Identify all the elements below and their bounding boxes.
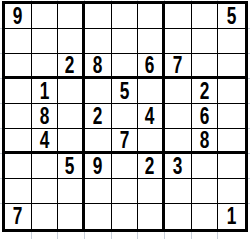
cell-r5c8[interactable]: 6	[192, 104, 219, 129]
cell-r5c3[interactable]	[58, 104, 85, 129]
cell-r2c7[interactable]	[165, 29, 192, 54]
cell-r5c1[interactable]	[5, 104, 32, 129]
cell-r4c2[interactable]: 1	[32, 79, 59, 104]
cell-r7c9[interactable]	[218, 154, 245, 179]
cell-r1c2[interactable]	[32, 4, 59, 29]
cell-r3c3[interactable]: 2	[58, 54, 85, 79]
cell-r4c7[interactable]	[165, 79, 192, 104]
cell-r6c7[interactable]	[165, 129, 192, 154]
cell-r7c4[interactable]: 9	[85, 154, 112, 179]
cell-r9c2[interactable]	[32, 204, 59, 229]
given-digit: 5	[65, 154, 75, 179]
cell-r3c8[interactable]	[192, 54, 219, 79]
given-digit: 2	[145, 154, 155, 179]
cell-r9c5[interactable]	[112, 204, 139, 229]
cell-r6c5[interactable]: 7	[112, 129, 139, 154]
sudoku-board: 9528671528246478592371	[2, 1, 248, 232]
given-digit: 6	[200, 104, 210, 129]
cell-r9c3[interactable]	[58, 204, 85, 229]
given-digit: 6	[145, 54, 155, 78]
cell-r3c1[interactable]	[5, 54, 32, 79]
given-digit: 3	[173, 154, 183, 179]
cell-r4c3[interactable]	[58, 79, 85, 104]
cell-r3c4[interactable]: 8	[85, 54, 112, 79]
cell-r9c1[interactable]: 7	[5, 204, 32, 229]
cell-r2c2[interactable]	[32, 29, 59, 54]
cell-r8c7[interactable]	[165, 179, 192, 204]
cell-r1c7[interactable]	[165, 4, 192, 29]
cell-r1c1[interactable]: 9	[5, 4, 32, 29]
given-digit: 7	[13, 204, 23, 229]
cell-r7c2[interactable]	[32, 154, 59, 179]
cell-r4c1[interactable]	[5, 79, 32, 104]
cell-r1c3[interactable]	[58, 4, 85, 29]
cell-r6c3[interactable]	[58, 129, 85, 154]
cell-r1c9[interactable]: 5	[218, 4, 245, 29]
cell-r7c7[interactable]: 3	[165, 154, 192, 179]
cell-r6c8[interactable]: 8	[192, 129, 219, 154]
cell-r1c5[interactable]	[112, 4, 139, 29]
cell-r8c6[interactable]	[138, 179, 165, 204]
cell-r7c8[interactable]	[192, 154, 219, 179]
cell-r8c1[interactable]	[5, 179, 32, 204]
cell-r9c6[interactable]	[138, 204, 165, 229]
given-digit: 2	[93, 104, 103, 129]
cell-r4c4[interactable]	[85, 79, 112, 104]
cell-r5c5[interactable]	[112, 104, 139, 129]
cell-r7c5[interactable]	[112, 154, 139, 179]
cell-r7c6[interactable]: 2	[138, 154, 165, 179]
given-digit: 8	[40, 104, 50, 129]
given-digit: 9	[93, 154, 103, 179]
given-digit: 5	[120, 79, 130, 104]
given-digit: 2	[200, 79, 210, 104]
cell-r8c3[interactable]	[58, 179, 85, 204]
cell-r7c1[interactable]	[5, 154, 32, 179]
cell-r8c2[interactable]	[32, 179, 59, 204]
given-digit: 7	[173, 54, 183, 78]
cell-r2c4[interactable]	[85, 29, 112, 54]
cell-r6c2[interactable]: 4	[32, 129, 59, 154]
given-digit: 1	[227, 204, 237, 229]
cell-r4c5[interactable]: 5	[112, 79, 139, 104]
cell-r2c6[interactable]	[138, 29, 165, 54]
cell-r2c1[interactable]	[5, 29, 32, 54]
cell-r5c6[interactable]: 4	[138, 104, 165, 129]
given-digit: 5	[227, 4, 237, 29]
cell-r6c4[interactable]	[85, 129, 112, 154]
cell-r2c8[interactable]	[192, 29, 219, 54]
cell-r9c8[interactable]	[192, 204, 219, 229]
cell-r9c7[interactable]	[165, 204, 192, 229]
cell-r1c4[interactable]	[85, 4, 112, 29]
cell-r3c2[interactable]	[32, 54, 59, 79]
cell-r6c6[interactable]	[138, 129, 165, 154]
given-digit: 4	[145, 104, 155, 129]
cell-r1c8[interactable]	[192, 4, 219, 29]
given-digit: 8	[93, 54, 103, 78]
sudoku-puzzle: 9528671528246478592371	[0, 0, 250, 239]
cell-r3c9[interactable]	[218, 54, 245, 79]
cell-r8c5[interactable]	[112, 179, 139, 204]
cell-r2c3[interactable]	[58, 29, 85, 54]
cell-r3c5[interactable]	[112, 54, 139, 79]
cell-r5c2[interactable]: 8	[32, 104, 59, 129]
cell-r6c1[interactable]	[5, 129, 32, 154]
given-digit: 4	[40, 129, 50, 153]
cell-r4c6[interactable]	[138, 79, 165, 104]
cell-r9c9[interactable]: 1	[218, 204, 245, 229]
cell-r4c8[interactable]: 2	[192, 79, 219, 104]
cell-r3c6[interactable]: 6	[138, 54, 165, 79]
cell-r9c4[interactable]	[85, 204, 112, 229]
cell-r4c9[interactable]	[218, 79, 245, 104]
cell-r8c9[interactable]	[218, 179, 245, 204]
given-digit: 9	[13, 4, 23, 29]
cell-r5c9[interactable]	[218, 104, 245, 129]
given-digit: 1	[40, 79, 50, 104]
cell-r8c4[interactable]	[85, 179, 112, 204]
cell-r1c6[interactable]	[138, 4, 165, 29]
cell-r5c7[interactable]	[165, 104, 192, 129]
cell-r5c4[interactable]: 2	[85, 104, 112, 129]
cell-r7c3[interactable]: 5	[58, 154, 85, 179]
cell-r3c7[interactable]: 7	[165, 54, 192, 79]
cell-r8c8[interactable]	[192, 179, 219, 204]
given-digit: 8	[200, 129, 210, 153]
cell-r2c5[interactable]	[112, 29, 139, 54]
given-digit: 7	[120, 129, 130, 153]
given-digit: 2	[65, 54, 75, 78]
cell-r2c9[interactable]	[218, 29, 245, 54]
cell-r6c9[interactable]	[218, 129, 245, 154]
